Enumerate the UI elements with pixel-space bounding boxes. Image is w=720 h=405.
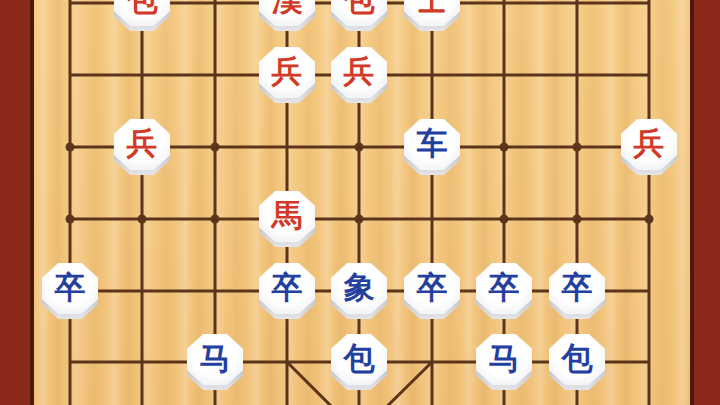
piece-glyph: 包 bbox=[344, 0, 375, 15]
piece-red-包-file2-row1[interactable]: 包 bbox=[114, 0, 170, 31]
piece-face: 兵 bbox=[331, 47, 387, 98]
piece-glyph: 卒 bbox=[55, 272, 86, 303]
piece-blue-包-file8-row6[interactable]: 包 bbox=[549, 334, 605, 390]
marker-dot bbox=[645, 215, 654, 224]
marker-dot bbox=[573, 215, 582, 224]
marker-dot bbox=[211, 143, 220, 152]
piece-glyph: 包 bbox=[127, 0, 158, 15]
piece-glyph: 漢 bbox=[272, 0, 303, 15]
marker-dot bbox=[573, 143, 582, 152]
piece-face: 车 bbox=[404, 119, 460, 170]
piece-blue-马-file7-row6[interactable]: 马 bbox=[476, 334, 532, 390]
marker-dot bbox=[355, 215, 364, 224]
piece-face: 兵 bbox=[259, 47, 315, 98]
marker-dot bbox=[138, 215, 147, 224]
marker-dot bbox=[500, 143, 509, 152]
piece-face: 卒 bbox=[259, 263, 315, 314]
piece-face: 卒 bbox=[476, 263, 532, 314]
piece-face: 象 bbox=[331, 263, 387, 314]
piece-glyph: 卒 bbox=[489, 272, 520, 303]
piece-red-兵-file5-row2[interactable]: 兵 bbox=[331, 47, 387, 103]
piece-blue-卒-file8-row5[interactable]: 卒 bbox=[549, 263, 605, 319]
piece-glyph: 包 bbox=[562, 343, 593, 374]
piece-red-包-file5-row1[interactable]: 包 bbox=[331, 0, 387, 31]
marker-dot bbox=[66, 143, 75, 152]
piece-red-士-file6-row1[interactable]: 士 bbox=[404, 0, 460, 31]
piece-glyph: 象 bbox=[344, 272, 375, 303]
piece-glyph: 卒 bbox=[417, 272, 448, 303]
piece-face: 卒 bbox=[404, 263, 460, 314]
piece-face: 兵 bbox=[114, 119, 170, 170]
piece-blue-卒-file4-row5[interactable]: 卒 bbox=[259, 263, 315, 319]
piece-blue-卒-file7-row5[interactable]: 卒 bbox=[476, 263, 532, 319]
piece-blue-卒-file1-row5[interactable]: 卒 bbox=[42, 263, 98, 319]
piece-red-漢-file4-row1[interactable]: 漢 bbox=[259, 0, 315, 31]
piece-blue-马-file3-row6[interactable]: 马 bbox=[187, 334, 243, 390]
piece-red-兵-file2-row3[interactable]: 兵 bbox=[114, 119, 170, 175]
piece-face: 包 bbox=[331, 334, 387, 385]
piece-face: 馬 bbox=[259, 191, 315, 242]
piece-glyph: 兵 bbox=[344, 56, 375, 87]
piece-blue-象-file5-row5[interactable]: 象 bbox=[331, 263, 387, 319]
piece-glyph: 马 bbox=[200, 343, 231, 374]
piece-blue-卒-file6-row5[interactable]: 卒 bbox=[404, 263, 460, 319]
piece-face: 马 bbox=[476, 334, 532, 385]
piece-face: 包 bbox=[549, 334, 605, 385]
marker-dot bbox=[500, 215, 509, 224]
piece-glyph: 士 bbox=[417, 0, 448, 15]
piece-glyph: 馬 bbox=[272, 200, 303, 231]
piece-glyph: 卒 bbox=[562, 272, 593, 303]
piece-glyph: 卒 bbox=[272, 272, 303, 303]
piece-glyph: 兵 bbox=[272, 56, 303, 87]
piece-face: 马 bbox=[187, 334, 243, 385]
piece-face: 卒 bbox=[549, 263, 605, 314]
marker-dot bbox=[66, 215, 75, 224]
piece-glyph: 兵 bbox=[127, 128, 158, 159]
piece-face: 兵 bbox=[621, 119, 677, 170]
marker-dot bbox=[355, 143, 364, 152]
piece-blue-车-file6-row3[interactable]: 车 bbox=[404, 119, 460, 175]
marker-dot bbox=[211, 215, 220, 224]
piece-glyph: 兵 bbox=[634, 128, 665, 159]
piece-blue-包-file5-row6[interactable]: 包 bbox=[331, 334, 387, 390]
piece-face: 卒 bbox=[42, 263, 98, 314]
piece-glyph: 包 bbox=[344, 343, 375, 374]
piece-red-兵-file4-row2[interactable]: 兵 bbox=[259, 47, 315, 103]
piece-red-兵-file9-row3[interactable]: 兵 bbox=[621, 119, 677, 175]
piece-red-馬-file4-row4[interactable]: 馬 bbox=[259, 191, 315, 247]
piece-glyph: 车 bbox=[417, 128, 448, 159]
xiangqi-app: 包漢包士兵兵兵车兵馬卒卒象卒卒卒马包马包 bbox=[0, 0, 720, 405]
piece-glyph: 马 bbox=[489, 343, 520, 374]
